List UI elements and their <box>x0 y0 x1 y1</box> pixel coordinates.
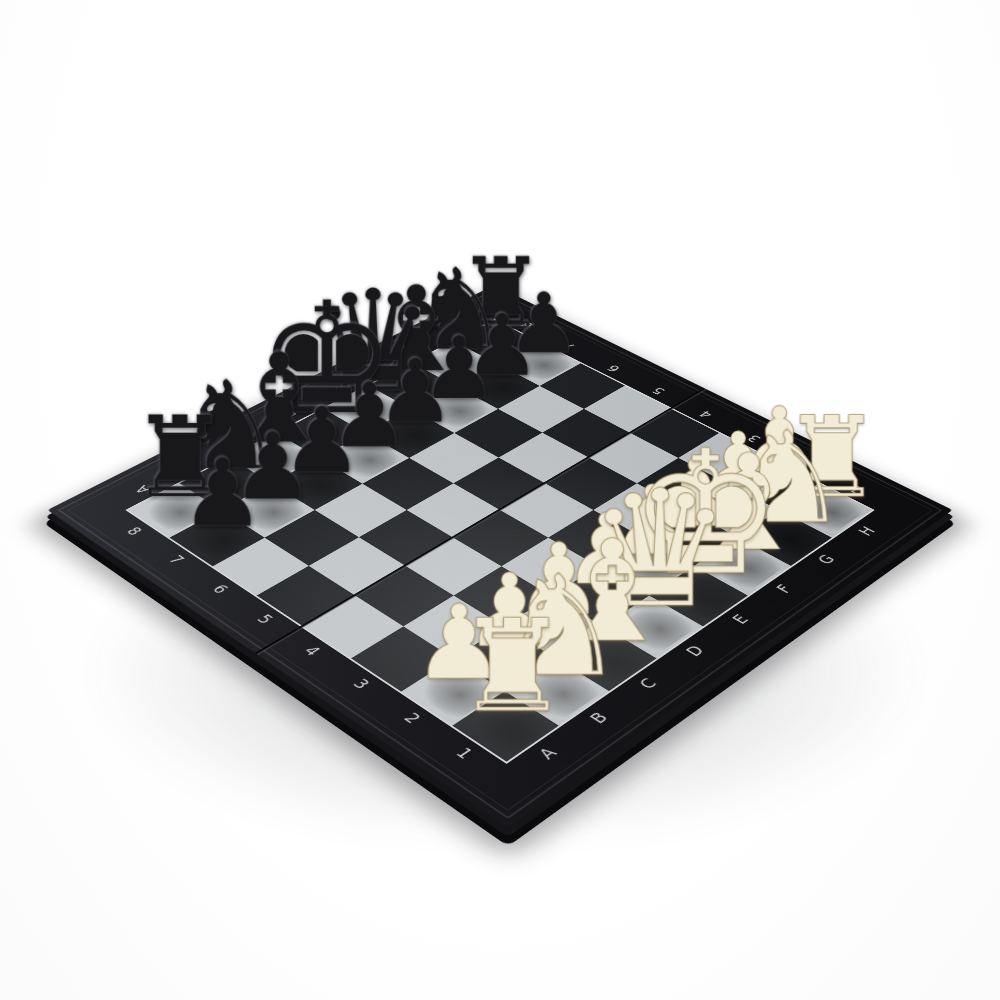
rank-label-6: 6 <box>181 566 259 612</box>
product-photo-scene: ABCDEFGH ABCDEFGH 87654321 87654321 ♜♞♝♚… <box>0 0 1000 1000</box>
rook-glyph: ♜ <box>429 602 594 730</box>
pawn-glyph: ♟ <box>148 447 296 541</box>
file-label-a: A <box>507 726 589 782</box>
